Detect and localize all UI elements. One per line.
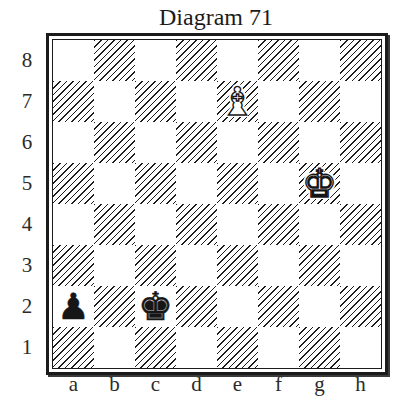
file-labels: abcdefgh [53,371,381,397]
black-pawn-a2: ♟ [53,286,94,327]
square-e6 [217,122,258,163]
square-b3 [94,245,135,286]
rank-label-5: 5 [14,163,40,204]
square-e1 [217,327,258,368]
square-d6 [176,122,217,163]
file-label-e: e [217,371,258,397]
square-b2 [94,286,135,327]
square-h2 [340,286,381,327]
square-c2: ♚ [135,286,176,327]
square-g3 [299,245,340,286]
square-d4 [176,204,217,245]
square-h6 [340,122,381,163]
file-label-d: d [176,371,217,397]
square-a8 [53,40,94,81]
diagram-title: Diagram 71 [40,4,392,31]
square-b5 [94,163,135,204]
square-c4 [135,204,176,245]
rank-label-4: 4 [14,204,40,245]
square-h1 [340,327,381,368]
square-f8 [258,40,299,81]
square-e3 [217,245,258,286]
board-grid: ♝♚♟♚ [53,40,381,368]
square-e8 [217,40,258,81]
square-g4 [299,204,340,245]
square-f5 [258,163,299,204]
square-e2 [217,286,258,327]
square-h5 [340,163,381,204]
square-e7: ♝ [217,81,258,122]
square-c8 [135,40,176,81]
square-b4 [94,204,135,245]
square-c6 [135,122,176,163]
square-c7 [135,81,176,122]
rank-label-2: 2 [14,286,40,327]
square-h3 [340,245,381,286]
file-label-b: b [94,371,135,397]
square-a6 [53,122,94,163]
square-f3 [258,245,299,286]
square-g8 [299,40,340,81]
file-label-f: f [258,371,299,397]
file-label-a: a [53,371,94,397]
square-c5 [135,163,176,204]
square-g2 [299,286,340,327]
square-a5 [53,163,94,204]
white-king-g5: ♚ [299,163,340,204]
square-g5: ♚ [299,163,340,204]
square-e5 [217,163,258,204]
square-f4 [258,204,299,245]
rank-label-1: 1 [14,327,40,368]
rank-label-6: 6 [14,122,40,163]
square-c3 [135,245,176,286]
file-label-c: c [135,371,176,397]
rank-labels: 87654321 [14,40,40,368]
square-h7 [340,81,381,122]
rank-label-3: 3 [14,245,40,286]
square-d5 [176,163,217,204]
chess-board: ♝♚♟♚ [46,33,388,375]
square-d1 [176,327,217,368]
square-a3 [53,245,94,286]
square-d7 [176,81,217,122]
square-h4 [340,204,381,245]
square-f1 [258,327,299,368]
square-b8 [94,40,135,81]
square-b6 [94,122,135,163]
square-a4 [53,204,94,245]
square-d3 [176,245,217,286]
square-f6 [258,122,299,163]
white-bishop-e7: ♝ [217,81,258,122]
square-h8 [340,40,381,81]
square-d2 [176,286,217,327]
square-f7 [258,81,299,122]
square-g7 [299,81,340,122]
rank-label-7: 7 [14,81,40,122]
board-inner-border: ♝♚♟♚ [52,39,382,369]
rank-label-8: 8 [14,40,40,81]
file-label-g: g [299,371,340,397]
square-a2: ♟ [53,286,94,327]
square-a7 [53,81,94,122]
square-g6 [299,122,340,163]
square-b7 [94,81,135,122]
black-king-c2: ♚ [135,286,176,327]
file-label-h: h [340,371,381,397]
square-f2 [258,286,299,327]
page: Diagram 71 87654321 ♝♚♟♚ abcdefgh [0,0,400,400]
square-c1 [135,327,176,368]
square-g1 [299,327,340,368]
square-d8 [176,40,217,81]
square-e4 [217,204,258,245]
square-a1 [53,327,94,368]
square-b1 [94,327,135,368]
